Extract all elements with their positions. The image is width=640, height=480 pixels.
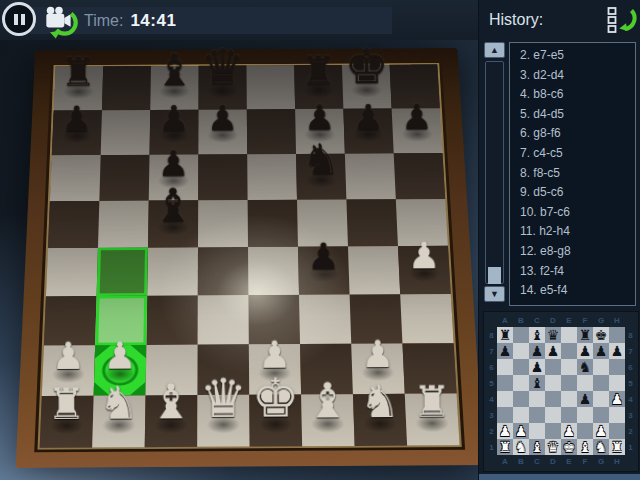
mini-file-label: F <box>577 455 593 468</box>
square-e2[interactable]: ♟ <box>249 344 301 395</box>
square-d1[interactable]: ♛ <box>197 395 249 447</box>
history-move: 6. g8-f6 <box>520 124 635 144</box>
mini-square-a8: ♜ <box>497 327 513 343</box>
mini-square-g8: ♚ <box>593 327 609 343</box>
mini-file-label: D <box>545 455 561 468</box>
move-list-redo-button[interactable] <box>604 4 637 36</box>
square-f5[interactable] <box>297 199 348 246</box>
mini-piece-white-knight: ♞ <box>513 439 529 455</box>
mini-square-e3 <box>561 407 577 423</box>
mini-file-label: A <box>497 314 513 327</box>
square-d4[interactable] <box>198 247 249 295</box>
square-f6[interactable]: ♞ <box>296 154 346 200</box>
square-h3[interactable] <box>400 294 453 344</box>
square-e6[interactable] <box>247 154 297 200</box>
square-e7[interactable] <box>247 109 296 154</box>
top-bar: Time: 14:41 <box>0 0 478 40</box>
mini-square-c1: ♝ <box>529 439 545 455</box>
mini-file-label: E <box>561 314 577 327</box>
square-g4[interactable] <box>348 246 400 294</box>
mini-piece-black-pawn: ♟ <box>593 343 609 359</box>
board-3d-grid: ♜♝♛♜♚♟♟♟♟♟♟♟♞♝♟♟♟♟♟♟♜♞♝♛♚♝♞♜ <box>40 65 460 448</box>
mini-square-h8 <box>609 327 625 343</box>
mini-square-c3 <box>529 407 545 423</box>
history-move: 14. e5-f4 <box>520 281 635 301</box>
mini-square-d3 <box>545 407 561 423</box>
mini-square-f6: ♞ <box>577 359 593 375</box>
square-g1[interactable]: ♞ <box>353 394 407 446</box>
mini-file-label: D <box>545 314 561 327</box>
square-e1[interactable]: ♚ <box>249 394 302 446</box>
mini-piece-black-bishop: ♝ <box>529 327 545 343</box>
mini-corner <box>625 314 636 327</box>
piece-shadow <box>206 83 239 99</box>
mini-square-a2: ♟ <box>497 423 513 439</box>
piece-shadow <box>304 172 338 189</box>
history-title: History: <box>489 11 543 29</box>
square-e5[interactable] <box>248 200 298 247</box>
square-a3[interactable] <box>44 296 97 346</box>
pause-icon <box>14 14 18 25</box>
history-scrollbar-thumb[interactable] <box>488 267 501 284</box>
mini-file-label: B <box>513 314 529 327</box>
camera-rotate-button[interactable] <box>40 1 78 39</box>
mini-square-a4 <box>497 391 513 407</box>
mini-square-b2: ♟ <box>513 423 529 439</box>
square-f3[interactable] <box>299 294 351 344</box>
mini-board-grid: ABCDEFGH8♜♝♛♜♚87♟♟♟♟♟♟76♟♞65♝54♟♟4332♟♟♟… <box>486 314 636 468</box>
square-g5[interactable] <box>346 199 398 246</box>
mini-square-f7: ♟ <box>577 343 593 359</box>
mini-square-g7: ♟ <box>593 343 609 359</box>
mini-square-e8 <box>561 327 577 343</box>
app: { "game": "chess", "position": { "fen": … <box>0 0 640 480</box>
mini-square-g4 <box>593 391 609 407</box>
mini-square-a1: ♜ <box>497 439 513 455</box>
move-list-redo-icon <box>604 4 637 36</box>
mini-piece-black-queen: ♛ <box>545 327 561 343</box>
piece-shadow <box>400 126 434 142</box>
history-list: 2. e7-e53. d2-d44. b8-c65. d4-d56. g8-f6… <box>509 42 636 306</box>
piece-shadow <box>158 83 191 99</box>
history-move: 3. d2-d4 <box>520 66 635 86</box>
mini-piece-white-rook: ♜ <box>609 439 625 455</box>
square-d2[interactable] <box>197 344 249 395</box>
history-header: History: <box>489 0 543 40</box>
panel-bottom-strip <box>479 474 640 480</box>
mini-rank-label: 2 <box>486 423 497 439</box>
mini-square-e5 <box>561 375 577 391</box>
square-h6[interactable] <box>394 153 445 199</box>
mini-square-c7: ♟ <box>529 343 545 359</box>
mini-piece-black-pawn: ♟ <box>529 359 545 375</box>
mini-square-c2 <box>529 423 545 439</box>
mini-rank-label: 4 <box>625 391 636 407</box>
mini-piece-white-knight: ♞ <box>593 439 609 455</box>
mini-square-a3 <box>497 407 513 423</box>
mini-square-h6 <box>609 359 625 375</box>
square-g7[interactable]: ♟ <box>343 109 393 154</box>
piece-shadow <box>258 415 294 434</box>
square-a1[interactable]: ♜ <box>40 396 94 448</box>
mini-square-d8: ♛ <box>545 327 561 343</box>
piece-shadow <box>62 84 95 100</box>
mini-file-label: G <box>593 455 609 468</box>
mini-square-c4 <box>529 391 545 407</box>
square-g6[interactable] <box>345 153 396 199</box>
square-g2[interactable]: ♟ <box>351 343 405 394</box>
piece-shadow <box>206 415 242 434</box>
history-move: 7. c4-c5 <box>520 144 635 164</box>
mini-rank-label: 5 <box>625 375 636 391</box>
mini-square-f2 <box>577 423 593 439</box>
mini-corner <box>486 314 497 327</box>
mini-piece-white-bishop: ♝ <box>529 439 545 455</box>
history-panel: History: ▲ ▼ 2. e7-e53. d2-d44. b8-c65. … <box>478 0 640 480</box>
square-c1[interactable]: ♝ <box>145 395 198 447</box>
time-value: 14:41 <box>130 11 176 31</box>
board-3d-area: ♜♝♛♜♚♟♟♟♟♟♟♟♞♝♟♟♟♟♟♟♜♞♝♛♚♝♞♜ <box>0 40 478 480</box>
square-f4[interactable]: ♟ <box>298 246 350 294</box>
mini-rank-label: 2 <box>625 423 636 439</box>
mini-square-c6: ♟ <box>529 359 545 375</box>
history-move: 12. e8-g8 <box>520 242 635 262</box>
mini-square-g2: ♟ <box>593 423 609 439</box>
mini-square-h5 <box>609 375 625 391</box>
piece-shadow <box>350 82 383 98</box>
mini-square-c5: ♝ <box>529 375 545 391</box>
mini-square-f8: ♜ <box>577 327 593 343</box>
piece-shadow <box>157 127 190 143</box>
square-c3[interactable] <box>146 295 197 345</box>
mini-square-b5 <box>513 375 529 391</box>
history-move: 8. f8-c5 <box>520 164 635 184</box>
mini-square-b7 <box>513 343 529 359</box>
square-c4[interactable] <box>147 247 198 295</box>
mini-square-f4: ♟ <box>577 391 593 407</box>
mini-file-label: C <box>529 314 545 327</box>
mini-square-f1: ♝ <box>577 439 593 455</box>
mini-square-g1: ♞ <box>593 439 609 455</box>
square-b2[interactable]: ♟ <box>94 345 147 396</box>
mini-square-f3 <box>577 407 593 423</box>
square-d3[interactable] <box>198 295 249 345</box>
mini-rank-label: 6 <box>486 359 497 375</box>
mini-square-e7 <box>561 343 577 359</box>
mini-piece-white-rook: ♜ <box>497 439 513 455</box>
piece-shadow <box>306 266 341 284</box>
mini-piece-black-knight: ♞ <box>577 359 593 375</box>
mini-piece-black-bishop: ♝ <box>529 375 545 391</box>
mini-rank-label: 8 <box>486 327 497 343</box>
history-scrollbar-track[interactable] <box>485 61 504 284</box>
mini-square-h7: ♟ <box>609 343 625 359</box>
square-e3[interactable] <box>248 295 300 345</box>
square-a8[interactable]: ♜ <box>54 66 104 110</box>
mini-file-label: E <box>561 455 577 468</box>
mini-file-label: F <box>577 314 593 327</box>
square-b8[interactable] <box>102 66 151 110</box>
mini-piece-black-rook: ♜ <box>497 327 513 343</box>
mini-square-a7: ♟ <box>497 343 513 359</box>
mini-square-h2 <box>609 423 625 439</box>
mini-rank-label: 1 <box>625 439 636 455</box>
square-h5[interactable] <box>396 199 448 246</box>
mini-piece-black-pawn: ♟ <box>577 391 593 407</box>
mini-square-d5 <box>545 375 561 391</box>
piece-shadow <box>156 219 190 236</box>
mini-square-b6 <box>513 359 529 375</box>
mini-file-label: H <box>609 314 625 327</box>
square-f8[interactable]: ♜ <box>294 65 343 109</box>
mini-piece-white-bishop: ♝ <box>577 439 593 455</box>
history-move: 4. b8-c6 <box>520 85 635 105</box>
square-h8[interactable] <box>390 65 440 109</box>
history-move: 5. d4-d5 <box>520 105 635 125</box>
mini-rank-label: 4 <box>486 391 497 407</box>
mini-file-label: A <box>497 455 513 468</box>
piece-shadow <box>153 416 189 435</box>
time-label: Time: <box>84 12 123 30</box>
mini-square-a6 <box>497 359 513 375</box>
square-d5[interactable] <box>198 200 248 247</box>
history-move: 11. h2-h4 <box>520 222 635 242</box>
mini-square-g5 <box>593 375 609 391</box>
mini-piece-white-pawn: ♟ <box>561 423 577 439</box>
mini-square-d7: ♟ <box>545 343 561 359</box>
mini-square-b4 <box>513 391 529 407</box>
piece-shadow <box>362 414 398 433</box>
mini-square-b1: ♞ <box>513 439 529 455</box>
mini-file-label: G <box>593 314 609 327</box>
piece-shadow <box>407 265 442 283</box>
square-b1[interactable]: ♞ <box>92 395 145 447</box>
mini-square-f5 <box>577 375 593 391</box>
mini-square-d2 <box>545 423 561 439</box>
piece-shadow <box>414 414 450 433</box>
square-g3[interactable] <box>350 294 403 344</box>
mini-piece-black-king: ♚ <box>593 327 609 343</box>
mini-piece-white-king: ♚ <box>561 439 577 455</box>
mini-piece-black-rook: ♜ <box>577 327 593 343</box>
square-b3[interactable] <box>95 296 147 346</box>
square-f1[interactable]: ♝ <box>301 394 355 446</box>
square-h2[interactable] <box>402 343 456 394</box>
square-d7[interactable]: ♟ <box>198 109 247 154</box>
mini-rank-label: 1 <box>486 439 497 455</box>
mini-rank-label: 3 <box>486 407 497 423</box>
square-e8[interactable] <box>246 65 295 109</box>
square-h7[interactable]: ♟ <box>392 108 443 153</box>
mini-rank-label: 7 <box>625 343 636 359</box>
piece-shadow <box>206 127 239 143</box>
piece-shadow <box>310 415 346 434</box>
history-move: 9. d5-c6 <box>520 183 635 203</box>
mini-square-d1: ♛ <box>545 439 561 455</box>
mini-file-label: B <box>513 455 529 468</box>
square-a7[interactable]: ♟ <box>52 110 102 155</box>
mini-rank-label: 5 <box>486 375 497 391</box>
mini-square-h3 <box>609 407 625 423</box>
mini-square-g3 <box>593 407 609 423</box>
camera-rotate-icon <box>40 1 78 39</box>
square-h4[interactable]: ♟ <box>398 246 451 294</box>
square-b7[interactable] <box>101 110 151 155</box>
mini-piece-black-pawn: ♟ <box>577 343 593 359</box>
square-a2[interactable]: ♟ <box>42 345 95 396</box>
pause-button[interactable] <box>2 2 36 36</box>
mini-square-a5 <box>497 375 513 391</box>
mini-square-b8 <box>513 327 529 343</box>
mini-piece-white-pawn: ♟ <box>513 423 529 439</box>
mini-rank-label: 8 <box>625 327 636 343</box>
mini-square-e2: ♟ <box>561 423 577 439</box>
square-g8[interactable]: ♚ <box>342 65 392 109</box>
piece-shadow <box>60 128 94 144</box>
piece-shadow <box>49 416 85 435</box>
square-f7[interactable]: ♟ <box>295 109 345 154</box>
square-a6[interactable] <box>50 155 101 201</box>
mini-square-d6 <box>545 359 561 375</box>
mini-rank-label: 3 <box>625 407 636 423</box>
mini-piece-white-pawn: ♟ <box>609 391 625 407</box>
mini-board: ABCDEFGH8♜♝♛♜♚87♟♟♟♟♟♟76♟♞65♝54♟♟4332♟♟♟… <box>483 311 639 472</box>
mini-piece-black-pawn: ♟ <box>545 343 561 359</box>
mini-rank-label: 6 <box>625 359 636 375</box>
mini-piece-black-pawn: ♟ <box>529 343 545 359</box>
square-b5[interactable] <box>98 201 149 248</box>
mini-square-e1: ♚ <box>561 439 577 455</box>
mini-file-label: H <box>609 455 625 468</box>
mini-corner <box>625 455 636 468</box>
mini-rank-label: 7 <box>486 343 497 359</box>
mini-square-g6 <box>593 359 609 375</box>
mini-piece-black-pawn: ♟ <box>609 343 625 359</box>
piece-shadow <box>360 363 396 381</box>
mini-square-b3 <box>513 407 529 423</box>
history-scroll-down-button[interactable]: ▼ <box>484 286 505 302</box>
history-move: 2. e7-e5 <box>520 46 635 66</box>
square-b6[interactable] <box>99 155 149 201</box>
mini-square-h4: ♟ <box>609 391 625 407</box>
piece-shadow <box>157 173 191 190</box>
mini-file-label: C <box>529 455 545 468</box>
square-d6[interactable] <box>198 154 247 200</box>
square-f2[interactable] <box>300 344 353 395</box>
square-c7[interactable]: ♟ <box>150 110 199 155</box>
piece-shadow <box>257 364 292 382</box>
square-a5[interactable] <box>48 201 99 248</box>
mini-corner <box>486 455 497 468</box>
history-move: 13. f2-f4 <box>520 262 635 282</box>
square-c2[interactable] <box>146 345 198 396</box>
piece-shadow <box>302 82 335 98</box>
square-e4[interactable] <box>248 247 299 295</box>
history-scroll-up-button[interactable]: ▲ <box>484 42 505 58</box>
board-3d: ♜♝♛♜♚♟♟♟♟♟♟♟♞♝♟♟♟♟♟♟♜♞♝♛♚♝♞♜ <box>16 48 478 468</box>
history-move: 10. b7-c6 <box>520 203 635 223</box>
mini-piece-white-pawn: ♟ <box>497 423 513 439</box>
mini-square-e6 <box>561 359 577 375</box>
square-b4[interactable] <box>97 248 148 296</box>
square-d8[interactable]: ♛ <box>199 66 247 110</box>
square-c6[interactable]: ♟ <box>149 154 199 200</box>
time-display: Time: 14:41 <box>30 7 392 34</box>
mini-piece-white-queen: ♛ <box>545 439 561 455</box>
mini-square-e4 <box>561 391 577 407</box>
square-a4[interactable] <box>46 248 98 296</box>
piece-shadow <box>303 127 336 143</box>
mini-square-h1: ♜ <box>609 439 625 455</box>
mini-piece-white-pawn: ♟ <box>593 423 609 439</box>
mini-square-c8: ♝ <box>529 327 545 343</box>
piece-shadow <box>101 416 137 435</box>
mini-piece-black-pawn: ♟ <box>497 343 513 359</box>
mini-square-d4 <box>545 391 561 407</box>
piece-shadow <box>51 365 87 383</box>
piece-shadow <box>102 365 138 383</box>
piece-shadow <box>352 126 386 142</box>
square-c8[interactable]: ♝ <box>150 66 198 110</box>
square-h1[interactable]: ♜ <box>405 394 460 446</box>
square-c5[interactable]: ♝ <box>148 200 198 247</box>
